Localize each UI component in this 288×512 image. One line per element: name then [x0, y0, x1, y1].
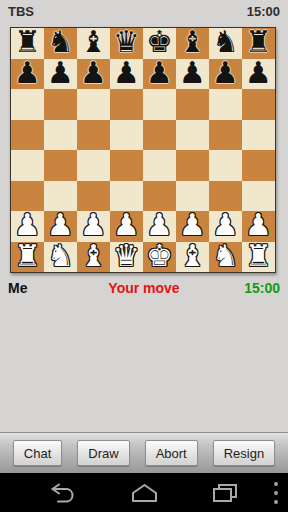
square-b5[interactable]	[44, 120, 77, 151]
square-h5[interactable]	[242, 120, 275, 151]
square-c7[interactable]: ♟︎	[77, 59, 110, 90]
white-bishop: ♝︎	[179, 241, 206, 271]
header-bar: TBS 15:00	[0, 0, 288, 22]
square-f7[interactable]: ♟︎	[176, 59, 209, 90]
square-f1[interactable]: ♝︎	[176, 242, 209, 273]
square-c3[interactable]	[77, 181, 110, 212]
square-c8[interactable]: ♝︎	[77, 28, 110, 59]
square-c5[interactable]	[77, 120, 110, 151]
white-king: ♚︎	[146, 241, 173, 271]
square-a8[interactable]: ♜︎	[11, 28, 44, 59]
square-d4[interactable]	[110, 150, 143, 181]
square-c1[interactable]: ♝︎	[77, 242, 110, 273]
white-rook: ♜︎	[14, 241, 41, 271]
abort-button[interactable]: Abort	[145, 440, 198, 466]
white-pawn: ♟︎	[146, 210, 173, 240]
home-icon[interactable]	[131, 483, 158, 503]
square-d2[interactable]: ♟︎	[110, 211, 143, 242]
square-g6[interactable]	[209, 89, 242, 120]
square-g1[interactable]: ♞︎	[209, 242, 242, 273]
recent-apps-icon[interactable]	[212, 483, 238, 503]
square-e2[interactable]: ♟︎	[143, 211, 176, 242]
white-pawn: ♟︎	[80, 210, 107, 240]
square-a4[interactable]	[11, 150, 44, 181]
square-f3[interactable]	[176, 181, 209, 212]
white-bishop: ♝︎	[80, 241, 107, 271]
resign-button[interactable]: Resign	[213, 440, 275, 466]
black-pawn: ♟︎	[212, 58, 239, 88]
black-pawn: ♟︎	[47, 58, 74, 88]
draw-button[interactable]: Draw	[77, 440, 129, 466]
square-g5[interactable]	[209, 120, 242, 151]
black-pawn: ♟︎	[146, 58, 173, 88]
square-b8[interactable]: ♞︎	[44, 28, 77, 59]
white-pawn: ♟︎	[212, 210, 239, 240]
square-g4[interactable]	[209, 150, 242, 181]
action-button-bar: Chat Draw Abort Resign	[0, 432, 288, 473]
white-pawn: ♟︎	[14, 210, 41, 240]
square-g7[interactable]: ♟︎	[209, 59, 242, 90]
chess-board[interactable]: ♜︎♞︎♝︎♛︎♚︎♝︎♞︎♜︎♟︎♟︎♟︎♟︎♟︎♟︎♟︎♟︎♟︎♟︎♟︎♟︎…	[10, 27, 276, 273]
square-c4[interactable]	[77, 150, 110, 181]
square-c2[interactable]: ♟︎	[77, 211, 110, 242]
square-h2[interactable]: ♟︎	[242, 211, 275, 242]
square-d5[interactable]	[110, 120, 143, 151]
app-title: TBS	[8, 4, 34, 19]
white-pawn: ♟︎	[47, 210, 74, 240]
square-h7[interactable]: ♟︎	[242, 59, 275, 90]
square-d7[interactable]: ♟︎	[110, 59, 143, 90]
square-h1[interactable]: ♜︎	[242, 242, 275, 273]
square-h8[interactable]: ♜︎	[242, 28, 275, 59]
menu-overflow-icon[interactable]	[272, 480, 280, 506]
chat-button[interactable]: Chat	[13, 440, 62, 466]
black-bishop: ♝︎	[80, 27, 107, 57]
black-pawn: ♟︎	[245, 58, 272, 88]
square-a1[interactable]: ♜︎	[11, 242, 44, 273]
black-rook: ♜︎	[14, 27, 41, 57]
black-pawn: ♟︎	[80, 58, 107, 88]
square-f8[interactable]: ♝︎	[176, 28, 209, 59]
square-e3[interactable]	[143, 181, 176, 212]
square-h4[interactable]	[242, 150, 275, 181]
square-d8[interactable]: ♛︎	[110, 28, 143, 59]
square-a2[interactable]: ♟︎	[11, 211, 44, 242]
opponent-clock: 15:00	[247, 4, 280, 19]
square-b3[interactable]	[44, 181, 77, 212]
white-queen: ♛︎	[113, 241, 140, 271]
back-icon[interactable]	[50, 482, 77, 504]
square-b4[interactable]	[44, 150, 77, 181]
square-g3[interactable]	[209, 181, 242, 212]
square-b7[interactable]: ♟︎	[44, 59, 77, 90]
square-e6[interactable]	[143, 89, 176, 120]
square-g2[interactable]: ♟︎	[209, 211, 242, 242]
white-pawn: ♟︎	[245, 210, 272, 240]
player-label: Me	[8, 280, 27, 296]
square-e1[interactable]: ♚︎	[143, 242, 176, 273]
square-a5[interactable]	[11, 120, 44, 151]
square-a3[interactable]	[11, 181, 44, 212]
square-f2[interactable]: ♟︎	[176, 211, 209, 242]
square-e8[interactable]: ♚︎	[143, 28, 176, 59]
black-pawn: ♟︎	[113, 58, 140, 88]
square-e4[interactable]	[143, 150, 176, 181]
square-c6[interactable]	[77, 89, 110, 120]
square-b2[interactable]: ♟︎	[44, 211, 77, 242]
black-pawn: ♟︎	[14, 58, 41, 88]
black-pawn: ♟︎	[179, 58, 206, 88]
square-h6[interactable]	[242, 89, 275, 120]
white-knight: ♞︎	[212, 241, 239, 271]
square-b6[interactable]	[44, 89, 77, 120]
square-f5[interactable]	[176, 120, 209, 151]
square-e5[interactable]	[143, 120, 176, 151]
square-d1[interactable]: ♛︎	[110, 242, 143, 273]
player-clock: 15:00	[244, 280, 280, 296]
white-pawn: ♟︎	[113, 210, 140, 240]
white-knight: ♞︎	[47, 241, 74, 271]
square-h3[interactable]	[242, 181, 275, 212]
square-a7[interactable]: ♟︎	[11, 59, 44, 90]
square-a6[interactable]	[11, 89, 44, 120]
square-g8[interactable]: ♞︎	[209, 28, 242, 59]
app-screen: TBS 15:00 ♜︎♞︎♝︎♛︎♚︎♝︎♞︎♜︎♟︎♟︎♟︎♟︎♟︎♟︎♟︎…	[0, 0, 288, 512]
black-knight: ♞︎	[47, 27, 74, 57]
black-bishop: ♝︎	[179, 27, 206, 57]
white-rook: ♜︎	[245, 241, 272, 271]
black-rook: ♜︎	[245, 27, 272, 57]
square-e7[interactable]: ♟︎	[143, 59, 176, 90]
black-queen: ♛︎	[113, 27, 140, 57]
square-f6[interactable]	[176, 89, 209, 120]
square-d6[interactable]	[110, 89, 143, 120]
black-knight: ♞︎	[212, 27, 239, 57]
black-king: ♚︎	[146, 27, 173, 57]
square-f4[interactable]	[176, 150, 209, 181]
square-b1[interactable]: ♞︎	[44, 242, 77, 273]
android-nav-bar	[0, 473, 288, 512]
white-pawn: ♟︎	[179, 210, 206, 240]
square-d3[interactable]	[110, 181, 143, 212]
game-status-bar: Me Your move 15:00	[0, 280, 288, 298]
turn-indicator: Your move	[108, 280, 179, 296]
